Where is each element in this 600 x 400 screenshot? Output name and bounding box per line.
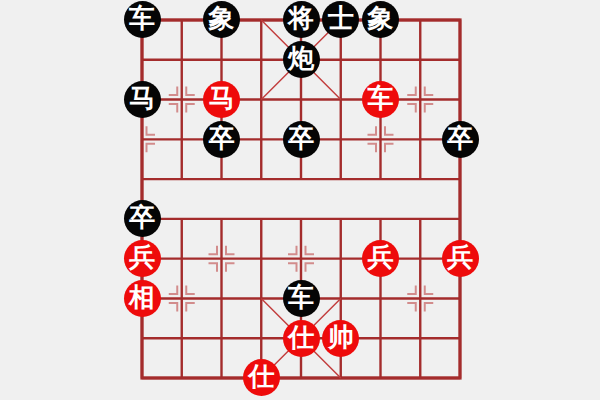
- xiangqi-screenshot: 车象将士象炮马马车卒卒卒卒兵兵兵相车仕帅仕: [0, 0, 600, 400]
- piece-red-advisor[interactable]: 仕: [243, 359, 280, 396]
- piece-red-horse[interactable]: 马: [203, 81, 240, 118]
- piece-black-soldier[interactable]: 卒: [283, 121, 320, 158]
- piece-black-general[interactable]: 将: [283, 1, 320, 38]
- piece-black-elephant[interactable]: 象: [362, 1, 399, 38]
- piece-red-general[interactable]: 帅: [322, 320, 359, 357]
- xiangqi-board[interactable]: 车象将士象炮马马车卒卒卒卒兵兵兵相车仕帅仕: [122, 0, 480, 398]
- piece-red-chariot[interactable]: 车: [362, 81, 399, 118]
- piece-red-soldier[interactable]: 兵: [124, 240, 161, 277]
- piece-black-soldier[interactable]: 卒: [442, 121, 479, 158]
- piece-black-cannon[interactable]: 炮: [283, 41, 320, 78]
- piece-red-advisor[interactable]: 仕: [283, 320, 320, 357]
- piece-red-elephant[interactable]: 相: [124, 280, 161, 317]
- piece-red-soldier[interactable]: 兵: [362, 240, 399, 277]
- piece-black-chariot[interactable]: 车: [124, 1, 161, 38]
- piece-black-soldier[interactable]: 卒: [124, 200, 161, 237]
- piece-black-advisor[interactable]: 士: [322, 1, 359, 38]
- piece-black-chariot[interactable]: 车: [283, 280, 320, 317]
- piece-black-elephant[interactable]: 象: [203, 1, 240, 38]
- piece-black-horse[interactable]: 马: [124, 81, 161, 118]
- piece-red-soldier[interactable]: 兵: [442, 240, 479, 277]
- piece-black-soldier[interactable]: 卒: [203, 121, 240, 158]
